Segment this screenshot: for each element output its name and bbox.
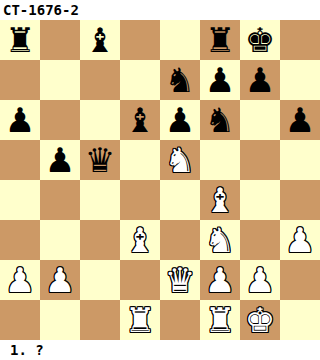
square-f3[interactable]: ♞ [200, 220, 240, 260]
black-rook: ♜ [5, 20, 35, 60]
black-pawn: ♟ [5, 100, 35, 140]
square-c6[interactable] [80, 100, 120, 140]
square-e2[interactable]: ♛ [160, 260, 200, 300]
black-pawn: ♟ [205, 60, 235, 100]
square-c2[interactable] [80, 260, 120, 300]
square-c4[interactable] [80, 180, 120, 220]
square-f5[interactable] [200, 140, 240, 180]
white-king: ♚ [245, 300, 275, 340]
white-rook: ♜ [205, 300, 235, 340]
move-prompt: 1. ? [0, 340, 44, 360]
black-knight: ♞ [205, 100, 235, 140]
square-e6[interactable]: ♟ [160, 100, 200, 140]
black-rook: ♜ [205, 20, 235, 60]
black-bishop: ♝ [125, 100, 155, 140]
square-e4[interactable] [160, 180, 200, 220]
square-c8[interactable]: ♝ [80, 20, 120, 60]
square-h2[interactable] [280, 260, 320, 300]
white-pawn: ♟ [5, 260, 35, 300]
square-e1[interactable] [160, 300, 200, 340]
square-a8[interactable]: ♜ [0, 20, 40, 60]
square-a3[interactable] [0, 220, 40, 260]
square-e8[interactable] [160, 20, 200, 60]
square-b1[interactable] [40, 300, 80, 340]
square-c1[interactable] [80, 300, 120, 340]
white-knight: ♞ [205, 220, 235, 260]
square-b2[interactable]: ♟ [40, 260, 80, 300]
square-a6[interactable]: ♟ [0, 100, 40, 140]
black-queen: ♛ [85, 140, 115, 180]
title-bar: CT-1676-2 [0, 0, 320, 20]
square-e5[interactable]: ♞ [160, 140, 200, 180]
square-a2[interactable]: ♟ [0, 260, 40, 300]
white-bishop: ♝ [205, 180, 235, 220]
square-h4[interactable] [280, 180, 320, 220]
square-g4[interactable] [240, 180, 280, 220]
square-b8[interactable] [40, 20, 80, 60]
square-a7[interactable] [0, 60, 40, 100]
square-h3[interactable]: ♟ [280, 220, 320, 260]
square-e7[interactable]: ♞ [160, 60, 200, 100]
square-d7[interactable] [120, 60, 160, 100]
square-f6[interactable]: ♞ [200, 100, 240, 140]
white-queen: ♛ [165, 260, 195, 300]
black-pawn: ♟ [45, 140, 75, 180]
square-d8[interactable] [120, 20, 160, 60]
square-f7[interactable]: ♟ [200, 60, 240, 100]
square-h8[interactable] [280, 20, 320, 60]
square-h5[interactable] [280, 140, 320, 180]
square-g2[interactable]: ♟ [240, 260, 280, 300]
square-g7[interactable]: ♟ [240, 60, 280, 100]
square-d3[interactable]: ♝ [120, 220, 160, 260]
square-a1[interactable] [0, 300, 40, 340]
square-d1[interactable]: ♜ [120, 300, 160, 340]
black-pawn: ♟ [245, 60, 275, 100]
square-c7[interactable] [80, 60, 120, 100]
chess-board: ♜♝♜♚♞♟♟♟♝♟♞♟♟♛♞♝♝♞♟♟♟♛♟♟♜♜♚ [0, 20, 320, 340]
square-f1[interactable]: ♜ [200, 300, 240, 340]
white-pawn: ♟ [245, 260, 275, 300]
square-b3[interactable] [40, 220, 80, 260]
square-g3[interactable] [240, 220, 280, 260]
puzzle-title: CT-1676-2 [0, 0, 79, 20]
square-e3[interactable] [160, 220, 200, 260]
square-b7[interactable] [40, 60, 80, 100]
square-b6[interactable] [40, 100, 80, 140]
black-king: ♚ [245, 20, 275, 60]
square-g1[interactable]: ♚ [240, 300, 280, 340]
white-pawn: ♟ [285, 220, 315, 260]
square-f8[interactable]: ♜ [200, 20, 240, 60]
black-knight: ♞ [165, 60, 195, 100]
square-g8[interactable]: ♚ [240, 20, 280, 60]
square-d4[interactable] [120, 180, 160, 220]
square-d5[interactable] [120, 140, 160, 180]
square-h7[interactable] [280, 60, 320, 100]
square-c3[interactable] [80, 220, 120, 260]
square-f4[interactable]: ♝ [200, 180, 240, 220]
square-b5[interactable]: ♟ [40, 140, 80, 180]
square-c5[interactable]: ♛ [80, 140, 120, 180]
square-g6[interactable] [240, 100, 280, 140]
square-f2[interactable]: ♟ [200, 260, 240, 300]
white-pawn: ♟ [205, 260, 235, 300]
white-rook: ♜ [125, 300, 155, 340]
status-bar: 1. ? [0, 340, 320, 360]
black-bishop: ♝ [85, 20, 115, 60]
white-knight: ♞ [165, 140, 195, 180]
white-pawn: ♟ [45, 260, 75, 300]
black-pawn: ♟ [165, 100, 195, 140]
square-b4[interactable] [40, 180, 80, 220]
square-h1[interactable] [280, 300, 320, 340]
white-bishop: ♝ [125, 220, 155, 260]
square-g5[interactable] [240, 140, 280, 180]
square-a4[interactable] [0, 180, 40, 220]
square-d6[interactable]: ♝ [120, 100, 160, 140]
square-h6[interactable]: ♟ [280, 100, 320, 140]
square-d2[interactable] [120, 260, 160, 300]
black-pawn: ♟ [285, 100, 315, 140]
square-a5[interactable] [0, 140, 40, 180]
